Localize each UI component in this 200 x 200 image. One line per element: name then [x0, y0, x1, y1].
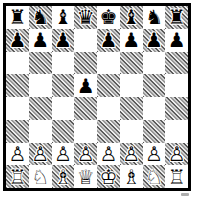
square-f5[interactable]: [120, 74, 143, 97]
square-f6[interactable]: [120, 52, 143, 75]
square-a1[interactable]: ♜♖: [6, 165, 29, 188]
square-c3[interactable]: [52, 120, 75, 143]
square-g8[interactable]: ♞: [143, 6, 166, 29]
black-pawn: ♟: [29, 29, 52, 52]
white-pawn: ♟♙: [143, 143, 166, 166]
black-bishop: ♝: [52, 6, 75, 29]
white-piece-outline: ♗: [120, 165, 143, 188]
square-g7[interactable]: ♟: [143, 29, 166, 52]
square-h2[interactable]: ♟♙: [165, 143, 188, 166]
board-grid: ♜♞♝♛♚♝♞♜♟♟♟♟♟♟♟♟♟♙♟♙♟♙♟♙♟♙♟♙♟♙♟♙♜♖♞♘♝♗♛♕…: [6, 6, 188, 188]
black-rook: ♜: [165, 6, 188, 29]
white-piece-outline: ♙: [74, 143, 97, 166]
square-e4[interactable]: [97, 97, 120, 120]
square-a4[interactable]: [6, 97, 29, 120]
white-piece-outline: ♙: [29, 143, 52, 166]
square-g5[interactable]: [143, 74, 166, 97]
white-piece-outline: ♙: [97, 143, 120, 166]
square-f8[interactable]: ♝: [120, 6, 143, 29]
square-b1[interactable]: ♞♘: [29, 165, 52, 188]
square-f4[interactable]: [120, 97, 143, 120]
square-a3[interactable]: [6, 120, 29, 143]
black-pawn: ♟: [165, 29, 188, 52]
square-b7[interactable]: ♟: [29, 29, 52, 52]
square-h3[interactable]: [165, 120, 188, 143]
square-h7[interactable]: ♟: [165, 29, 188, 52]
square-d3[interactable]: [74, 120, 97, 143]
square-b8[interactable]: ♞: [29, 6, 52, 29]
white-knight: ♞♘: [143, 165, 166, 188]
white-bishop: ♝♗: [52, 165, 75, 188]
square-e8[interactable]: ♚: [97, 6, 120, 29]
white-queen: ♛♕: [74, 165, 97, 188]
black-knight: ♞: [143, 6, 166, 29]
white-piece-outline: ♙: [120, 143, 143, 166]
black-knight: ♞: [29, 6, 52, 29]
black-pawn: ♟: [52, 29, 75, 52]
square-g4[interactable]: [143, 97, 166, 120]
square-d6[interactable]: [74, 52, 97, 75]
square-g2[interactable]: ♟♙: [143, 143, 166, 166]
white-piece-outline: ♘: [29, 165, 52, 188]
square-b5[interactable]: [29, 74, 52, 97]
square-g1[interactable]: ♞♘: [143, 165, 166, 188]
white-pawn: ♟♙: [165, 143, 188, 166]
white-rook: ♜♖: [165, 165, 188, 188]
white-king: ♚♔: [97, 165, 120, 188]
square-e3[interactable]: [97, 120, 120, 143]
white-piece-outline: ♘: [143, 165, 166, 188]
square-b3[interactable]: [29, 120, 52, 143]
white-pawn: ♟♙: [97, 143, 120, 166]
white-piece-outline: ♗: [52, 165, 75, 188]
square-e5[interactable]: [97, 74, 120, 97]
black-pawn: ♟: [143, 29, 166, 52]
white-piece-outline: ♔: [97, 165, 120, 188]
square-c2[interactable]: ♟♙: [52, 143, 75, 166]
white-knight: ♞♘: [29, 165, 52, 188]
square-h1[interactable]: ♜♖: [165, 165, 188, 188]
white-pawn: ♟♙: [52, 143, 75, 166]
black-king: ♚: [97, 6, 120, 29]
square-c1[interactable]: ♝♗: [52, 165, 75, 188]
square-f2[interactable]: ♟♙: [120, 143, 143, 166]
square-a2[interactable]: ♟♙: [6, 143, 29, 166]
square-b6[interactable]: [29, 52, 52, 75]
white-pawn: ♟♙: [6, 143, 29, 166]
square-d2[interactable]: ♟♙: [74, 143, 97, 166]
white-pawn: ♟♙: [29, 143, 52, 166]
white-bishop: ♝♗: [120, 165, 143, 188]
square-g3[interactable]: [143, 120, 166, 143]
print-artifact: [181, 193, 189, 196]
white-piece-outline: ♖: [165, 165, 188, 188]
square-d7[interactable]: [74, 29, 97, 52]
square-a6[interactable]: [6, 52, 29, 75]
square-e1[interactable]: ♚♔: [97, 165, 120, 188]
white-piece-outline: ♙: [143, 143, 166, 166]
white-rook: ♜♖: [6, 165, 29, 188]
black-pawn: ♟: [74, 74, 97, 97]
square-b2[interactable]: ♟♙: [29, 143, 52, 166]
square-e2[interactable]: ♟♙: [97, 143, 120, 166]
square-a5[interactable]: [6, 74, 29, 97]
square-a8[interactable]: ♜: [6, 6, 29, 29]
black-pawn: ♟: [6, 29, 29, 52]
square-e7[interactable]: ♟: [97, 29, 120, 52]
black-queen: ♛: [74, 6, 97, 29]
square-h6[interactable]: [165, 52, 188, 75]
square-c7[interactable]: ♟: [52, 29, 75, 52]
square-f3[interactable]: [120, 120, 143, 143]
white-piece-outline: ♙: [165, 143, 188, 166]
square-h5[interactable]: [165, 74, 188, 97]
square-d1[interactable]: ♛♕: [74, 165, 97, 188]
chess-board: ♜♞♝♛♚♝♞♜♟♟♟♟♟♟♟♟♟♙♟♙♟♙♟♙♟♙♟♙♟♙♟♙♜♖♞♘♝♗♛♕…: [3, 3, 191, 191]
square-d5[interactable]: ♟: [74, 74, 97, 97]
white-piece-outline: ♖: [6, 165, 29, 188]
black-pawn: ♟: [120, 29, 143, 52]
white-piece-outline: ♙: [6, 143, 29, 166]
square-g6[interactable]: [143, 52, 166, 75]
square-d8[interactable]: ♛: [74, 6, 97, 29]
square-c8[interactable]: ♝: [52, 6, 75, 29]
square-h4[interactable]: [165, 97, 188, 120]
white-piece-outline: ♕: [74, 165, 97, 188]
square-f1[interactable]: ♝♗: [120, 165, 143, 188]
black-rook: ♜: [6, 6, 29, 29]
square-c6[interactable]: [52, 52, 75, 75]
square-d4[interactable]: [74, 97, 97, 120]
square-c5[interactable]: [52, 74, 75, 97]
square-a7[interactable]: ♟: [6, 29, 29, 52]
square-b4[interactable]: [29, 97, 52, 120]
square-c4[interactable]: [52, 97, 75, 120]
white-pawn: ♟♙: [120, 143, 143, 166]
square-f7[interactable]: ♟: [120, 29, 143, 52]
white-piece-outline: ♙: [52, 143, 75, 166]
square-e6[interactable]: [97, 52, 120, 75]
white-pawn: ♟♙: [74, 143, 97, 166]
black-bishop: ♝: [120, 6, 143, 29]
black-pawn: ♟: [97, 29, 120, 52]
square-h8[interactable]: ♜: [165, 6, 188, 29]
